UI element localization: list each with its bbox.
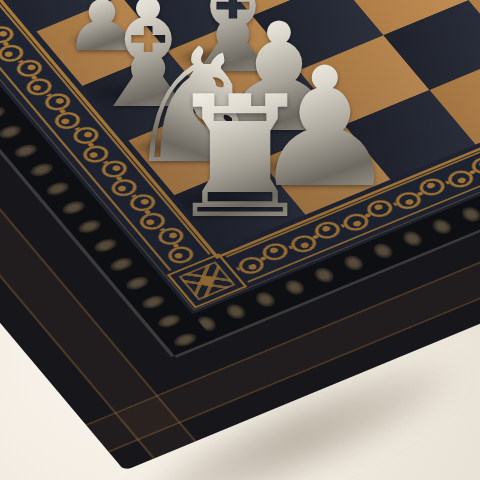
chess-set-photo: ♜♞♝♟♟♟♝ (0, 0, 480, 480)
pieces-layer: ♜♞♝♟♟♟♝ (0, 0, 480, 480)
piece-white-rook-a1[interactable]: ♜ (165, 74, 316, 242)
